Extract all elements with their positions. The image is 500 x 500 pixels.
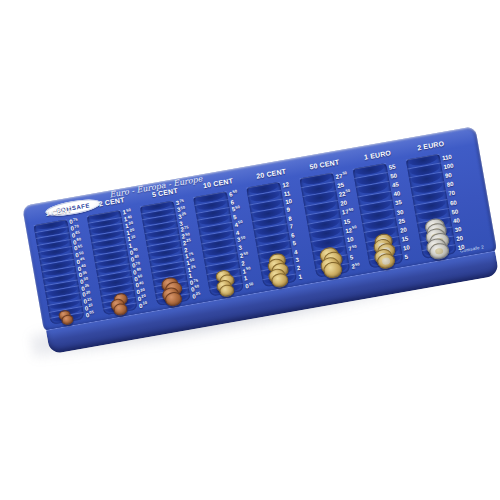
- amount-label-decimals: 25: [186, 238, 191, 243]
- amount-label-decimals: 45: [80, 257, 85, 262]
- amount-label-decimals: 20: [129, 228, 134, 233]
- amount-label-decimals: 30: [128, 221, 133, 226]
- amount-label-decimals: 10: [142, 301, 147, 306]
- amount-label-decimals: 05: [89, 310, 94, 315]
- amount-label: 250: [351, 260, 370, 272]
- amount-label-decimals: 65: [75, 231, 80, 236]
- amount-label-decimals: 50: [243, 251, 248, 256]
- amount-label-decimals: 50: [190, 258, 195, 263]
- amount-label-decimals: 50: [238, 220, 243, 225]
- amount-label-decimals: 50: [345, 189, 350, 194]
- amount-label-decimals: 55: [77, 244, 82, 249]
- amount-label-decimals: 50: [232, 190, 237, 195]
- amount-label-decimals: 75: [179, 199, 184, 204]
- amount-label: 5: [404, 250, 423, 262]
- amount-label-decimals: 50: [194, 285, 199, 290]
- amount-label-decimals: 40: [127, 215, 132, 220]
- amount-label: 1: [298, 270, 317, 281]
- amount-label-decimals: 40: [81, 264, 86, 269]
- amount-label-decimals: 75: [184, 225, 189, 230]
- amount-label: 025: [192, 290, 211, 300]
- amount-label-decimals: 50: [352, 225, 357, 230]
- amount-label-decimals: 50: [355, 262, 360, 267]
- amount-label-decimals: 90: [133, 248, 138, 253]
- amount-label-decimals: 40: [139, 281, 144, 286]
- amount-label-decimals: 15: [87, 297, 92, 302]
- amount-label-decimals: 25: [191, 265, 196, 270]
- amount-label-decimals: 35: [82, 271, 87, 276]
- amount-label-decimals: 10: [131, 235, 136, 240]
- amount-label-decimals: 20: [86, 290, 91, 295]
- amount-label-decimals: 20: [141, 294, 146, 299]
- amount-label-decimals: 30: [83, 277, 88, 282]
- amount-label-decimals: 50: [246, 266, 251, 271]
- amount-label-decimals: 50: [126, 208, 131, 213]
- amount-label-decimals: 70: [74, 224, 79, 229]
- amount-label-decimals: 50: [79, 251, 84, 256]
- amount-label-decimals: 60: [136, 268, 141, 273]
- amount-label-decimals: 75: [193, 278, 198, 283]
- amount-label-decimals: 75: [188, 252, 193, 257]
- amount-label-decimals: 50: [249, 282, 254, 287]
- amount-label: 005: [85, 309, 104, 319]
- amount-label-decimals: 50: [352, 244, 357, 249]
- amount-label-decimals: 10: [88, 304, 93, 309]
- amount-label-decimals: 80: [134, 255, 139, 260]
- amount-label-decimals: 25: [84, 284, 89, 289]
- amount-label-decimals: 50: [235, 205, 240, 210]
- amount-label-decimals: 50: [349, 207, 354, 212]
- amount-label-decimals: 50: [185, 232, 190, 237]
- amount-label-decimals: 75: [73, 217, 78, 222]
- amount-label-decimals: 70: [135, 261, 140, 266]
- amount-label-decimals: 50: [342, 171, 347, 176]
- amount-label-decimals: 50: [180, 205, 185, 210]
- amount-label-decimals: 60: [76, 237, 81, 242]
- amount-label: 010: [139, 299, 158, 309]
- amount-label-decimals: 50: [138, 274, 143, 279]
- amount-label-decimals: 50: [240, 236, 245, 241]
- amount-label-decimals: 25: [181, 212, 186, 217]
- amount-label: 050: [245, 280, 264, 291]
- amount-label-decimals: 25: [195, 292, 200, 297]
- amount-label-decimals: 30: [140, 288, 145, 293]
